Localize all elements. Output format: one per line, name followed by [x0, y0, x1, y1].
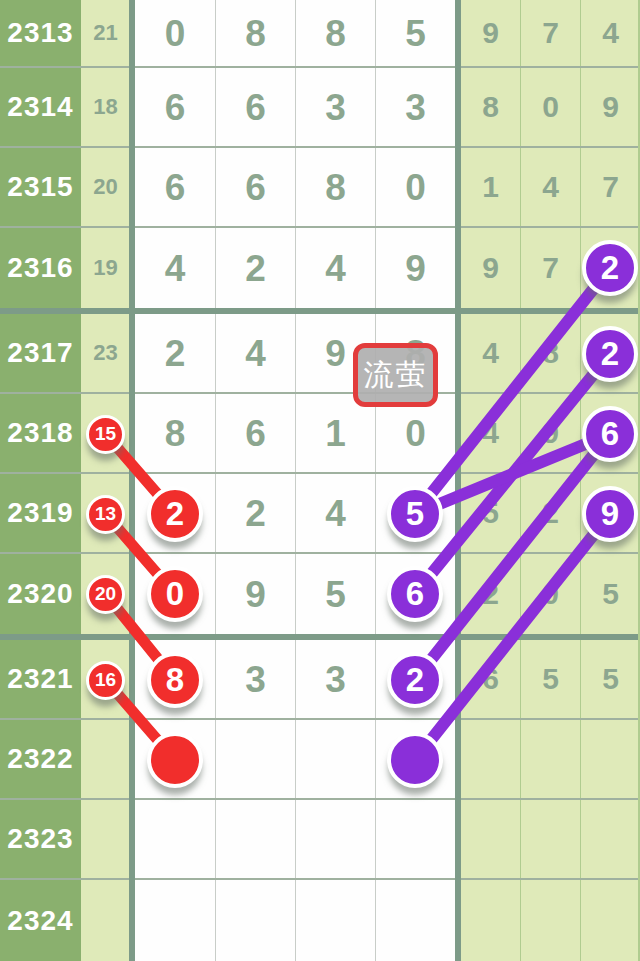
period-label-2319: 2319 — [0, 474, 81, 552]
sum-value-2314: 18 — [81, 68, 130, 146]
cell-2315-m2: 6 — [215, 148, 295, 226]
sum-value-2319 — [81, 474, 130, 552]
cell-2315-m3: 8 — [295, 148, 375, 226]
cell-2319-m1 — [135, 474, 215, 552]
cell-2322-m4 — [375, 720, 455, 798]
cell-2320-m1 — [135, 554, 215, 634]
draw-row-2316: 231619424997 — [0, 228, 640, 308]
cell-2319-m4 — [375, 474, 455, 552]
cell-2323-m4 — [375, 800, 455, 878]
cell-2322-m1 — [135, 720, 215, 798]
sum-value-2321 — [81, 640, 130, 718]
sum-value-2317: 23 — [81, 314, 130, 392]
sum-value-2315: 20 — [81, 148, 130, 226]
sum-value-2313: 21 — [81, 0, 130, 66]
cell-2321-r1: 6 — [461, 640, 520, 718]
cell-2314-r3: 9 — [580, 68, 640, 146]
cell-2318-m2: 6 — [215, 394, 295, 472]
cell-2323-m3 — [295, 800, 375, 878]
cell-2316-m3: 4 — [295, 228, 375, 308]
cell-2322-r1 — [461, 720, 520, 798]
cell-2318-r3 — [580, 394, 640, 472]
thick-column-divider-1 — [129, 0, 135, 961]
period-label-2314: 2314 — [0, 68, 81, 146]
cell-2313-m2: 8 — [215, 0, 295, 66]
cell-2313-r2: 7 — [520, 0, 580, 66]
cell-2324-r1 — [461, 880, 520, 961]
thick-row-divider-2 — [0, 634, 640, 640]
cell-2313-r1: 9 — [461, 0, 520, 66]
period-label-2321: 2321 — [0, 640, 81, 718]
draw-row-2322: 2322 — [0, 720, 640, 800]
draw-row-2324: 2324 — [0, 880, 640, 961]
period-label-2322: 2322 — [0, 720, 81, 798]
cell-2317-m2: 4 — [215, 314, 295, 392]
cell-2322-m2 — [215, 720, 295, 798]
period-label-2316: 2316 — [0, 228, 81, 308]
cell-2323-m1 — [135, 800, 215, 878]
cell-2321-m4 — [375, 640, 455, 718]
cell-2321-m3: 3 — [295, 640, 375, 718]
cell-2323-m2 — [215, 800, 295, 878]
sum-value-2324 — [81, 880, 130, 961]
cell-2320-m4 — [375, 554, 455, 634]
cell-2314-m3: 3 — [295, 68, 375, 146]
cell-2324-r3 — [580, 880, 640, 961]
period-label-2320: 2320 — [0, 554, 81, 634]
draw-row-2314: 2314186633809 — [0, 68, 640, 148]
cell-2319-r1: 5 — [461, 474, 520, 552]
period-label-2315: 2315 — [0, 148, 81, 226]
cell-2316-m2: 2 — [215, 228, 295, 308]
cell-2315-m1: 6 — [135, 148, 215, 226]
cell-2314-m2: 6 — [215, 68, 295, 146]
cell-2319-r3 — [580, 474, 640, 552]
cell-2317-r2: 8 — [520, 314, 580, 392]
cell-2318-r2: 9 — [520, 394, 580, 472]
cell-2319-r2: 2 — [520, 474, 580, 552]
cell-2321-m2: 3 — [215, 640, 295, 718]
cell-2323-r2 — [520, 800, 580, 878]
cell-2323-r1 — [461, 800, 520, 878]
draw-row-2317: 231723249848 — [0, 314, 640, 394]
sum-value-2318 — [81, 394, 130, 472]
cell-2313-m3: 8 — [295, 0, 375, 66]
period-label-2324: 2324 — [0, 880, 81, 961]
cell-2321-m1 — [135, 640, 215, 718]
draw-row-2319: 23192452 — [0, 474, 640, 554]
cell-2313-m4: 5 — [375, 0, 455, 66]
cell-2320-m2: 9 — [215, 554, 295, 634]
thick-row-divider-1 — [0, 308, 640, 314]
draw-row-2318: 2318861049 — [0, 394, 640, 474]
draw-row-2321: 232133655 — [0, 640, 640, 720]
cell-2316-r1: 9 — [461, 228, 520, 308]
cell-2313-m1: 0 — [135, 0, 215, 66]
cell-2317-r1: 4 — [461, 314, 520, 392]
cell-2320-r1: 2 — [461, 554, 520, 634]
cell-2324-m4 — [375, 880, 455, 961]
cell-2315-r1: 1 — [461, 148, 520, 226]
cell-2317-m1: 2 — [135, 314, 215, 392]
cell-2314-m1: 6 — [135, 68, 215, 146]
cell-2324-m1 — [135, 880, 215, 961]
cell-2322-r2 — [520, 720, 580, 798]
draw-row-2313: 2313210885974 — [0, 0, 640, 68]
cell-2320-r3: 5 — [580, 554, 640, 634]
cell-2316-r2: 7 — [520, 228, 580, 308]
cell-2318-r1: 4 — [461, 394, 520, 472]
cell-2321-r2: 5 — [520, 640, 580, 718]
cell-2315-r3: 7 — [580, 148, 640, 226]
cell-2316-m4: 9 — [375, 228, 455, 308]
sum-value-2323 — [81, 800, 130, 878]
cell-2322-m3 — [295, 720, 375, 798]
watermark-badge: 流萤 — [353, 343, 438, 407]
draw-row-2320: 232095205 — [0, 554, 640, 634]
period-label-2317: 2317 — [0, 314, 81, 392]
cell-2319-m2: 2 — [215, 474, 295, 552]
period-label-2313: 2313 — [0, 0, 81, 66]
thick-column-divider-2 — [455, 0, 461, 961]
sum-value-2316: 19 — [81, 228, 130, 308]
cell-2320-r2: 0 — [520, 554, 580, 634]
cell-2324-m3 — [295, 880, 375, 961]
sum-value-2322 — [81, 720, 130, 798]
cell-2324-r2 — [520, 880, 580, 961]
cell-2320-m3: 5 — [295, 554, 375, 634]
cell-2314-r2: 0 — [520, 68, 580, 146]
period-label-2323: 2323 — [0, 800, 81, 878]
cell-2313-r3: 4 — [580, 0, 640, 66]
lottery-trend-board: 2313210885974231418663380923152066801472… — [0, 0, 640, 961]
draw-row-2323: 2323 — [0, 800, 640, 880]
cell-2319-m3: 4 — [295, 474, 375, 552]
cell-2323-r3 — [580, 800, 640, 878]
draw-row-2315: 2315206680147 — [0, 148, 640, 228]
cell-2314-r1: 8 — [461, 68, 520, 146]
cell-2322-r3 — [580, 720, 640, 798]
cell-2316-r3 — [580, 228, 640, 308]
cell-2314-m4: 3 — [375, 68, 455, 146]
period-label-2318: 2318 — [0, 394, 81, 472]
cell-2321-r3: 5 — [580, 640, 640, 718]
cell-2317-r3 — [580, 314, 640, 392]
cell-2324-m2 — [215, 880, 295, 961]
sum-value-2320 — [81, 554, 130, 634]
cell-2318-m1: 8 — [135, 394, 215, 472]
cell-2316-m1: 4 — [135, 228, 215, 308]
cell-2315-m4: 0 — [375, 148, 455, 226]
cell-2315-r2: 4 — [520, 148, 580, 226]
